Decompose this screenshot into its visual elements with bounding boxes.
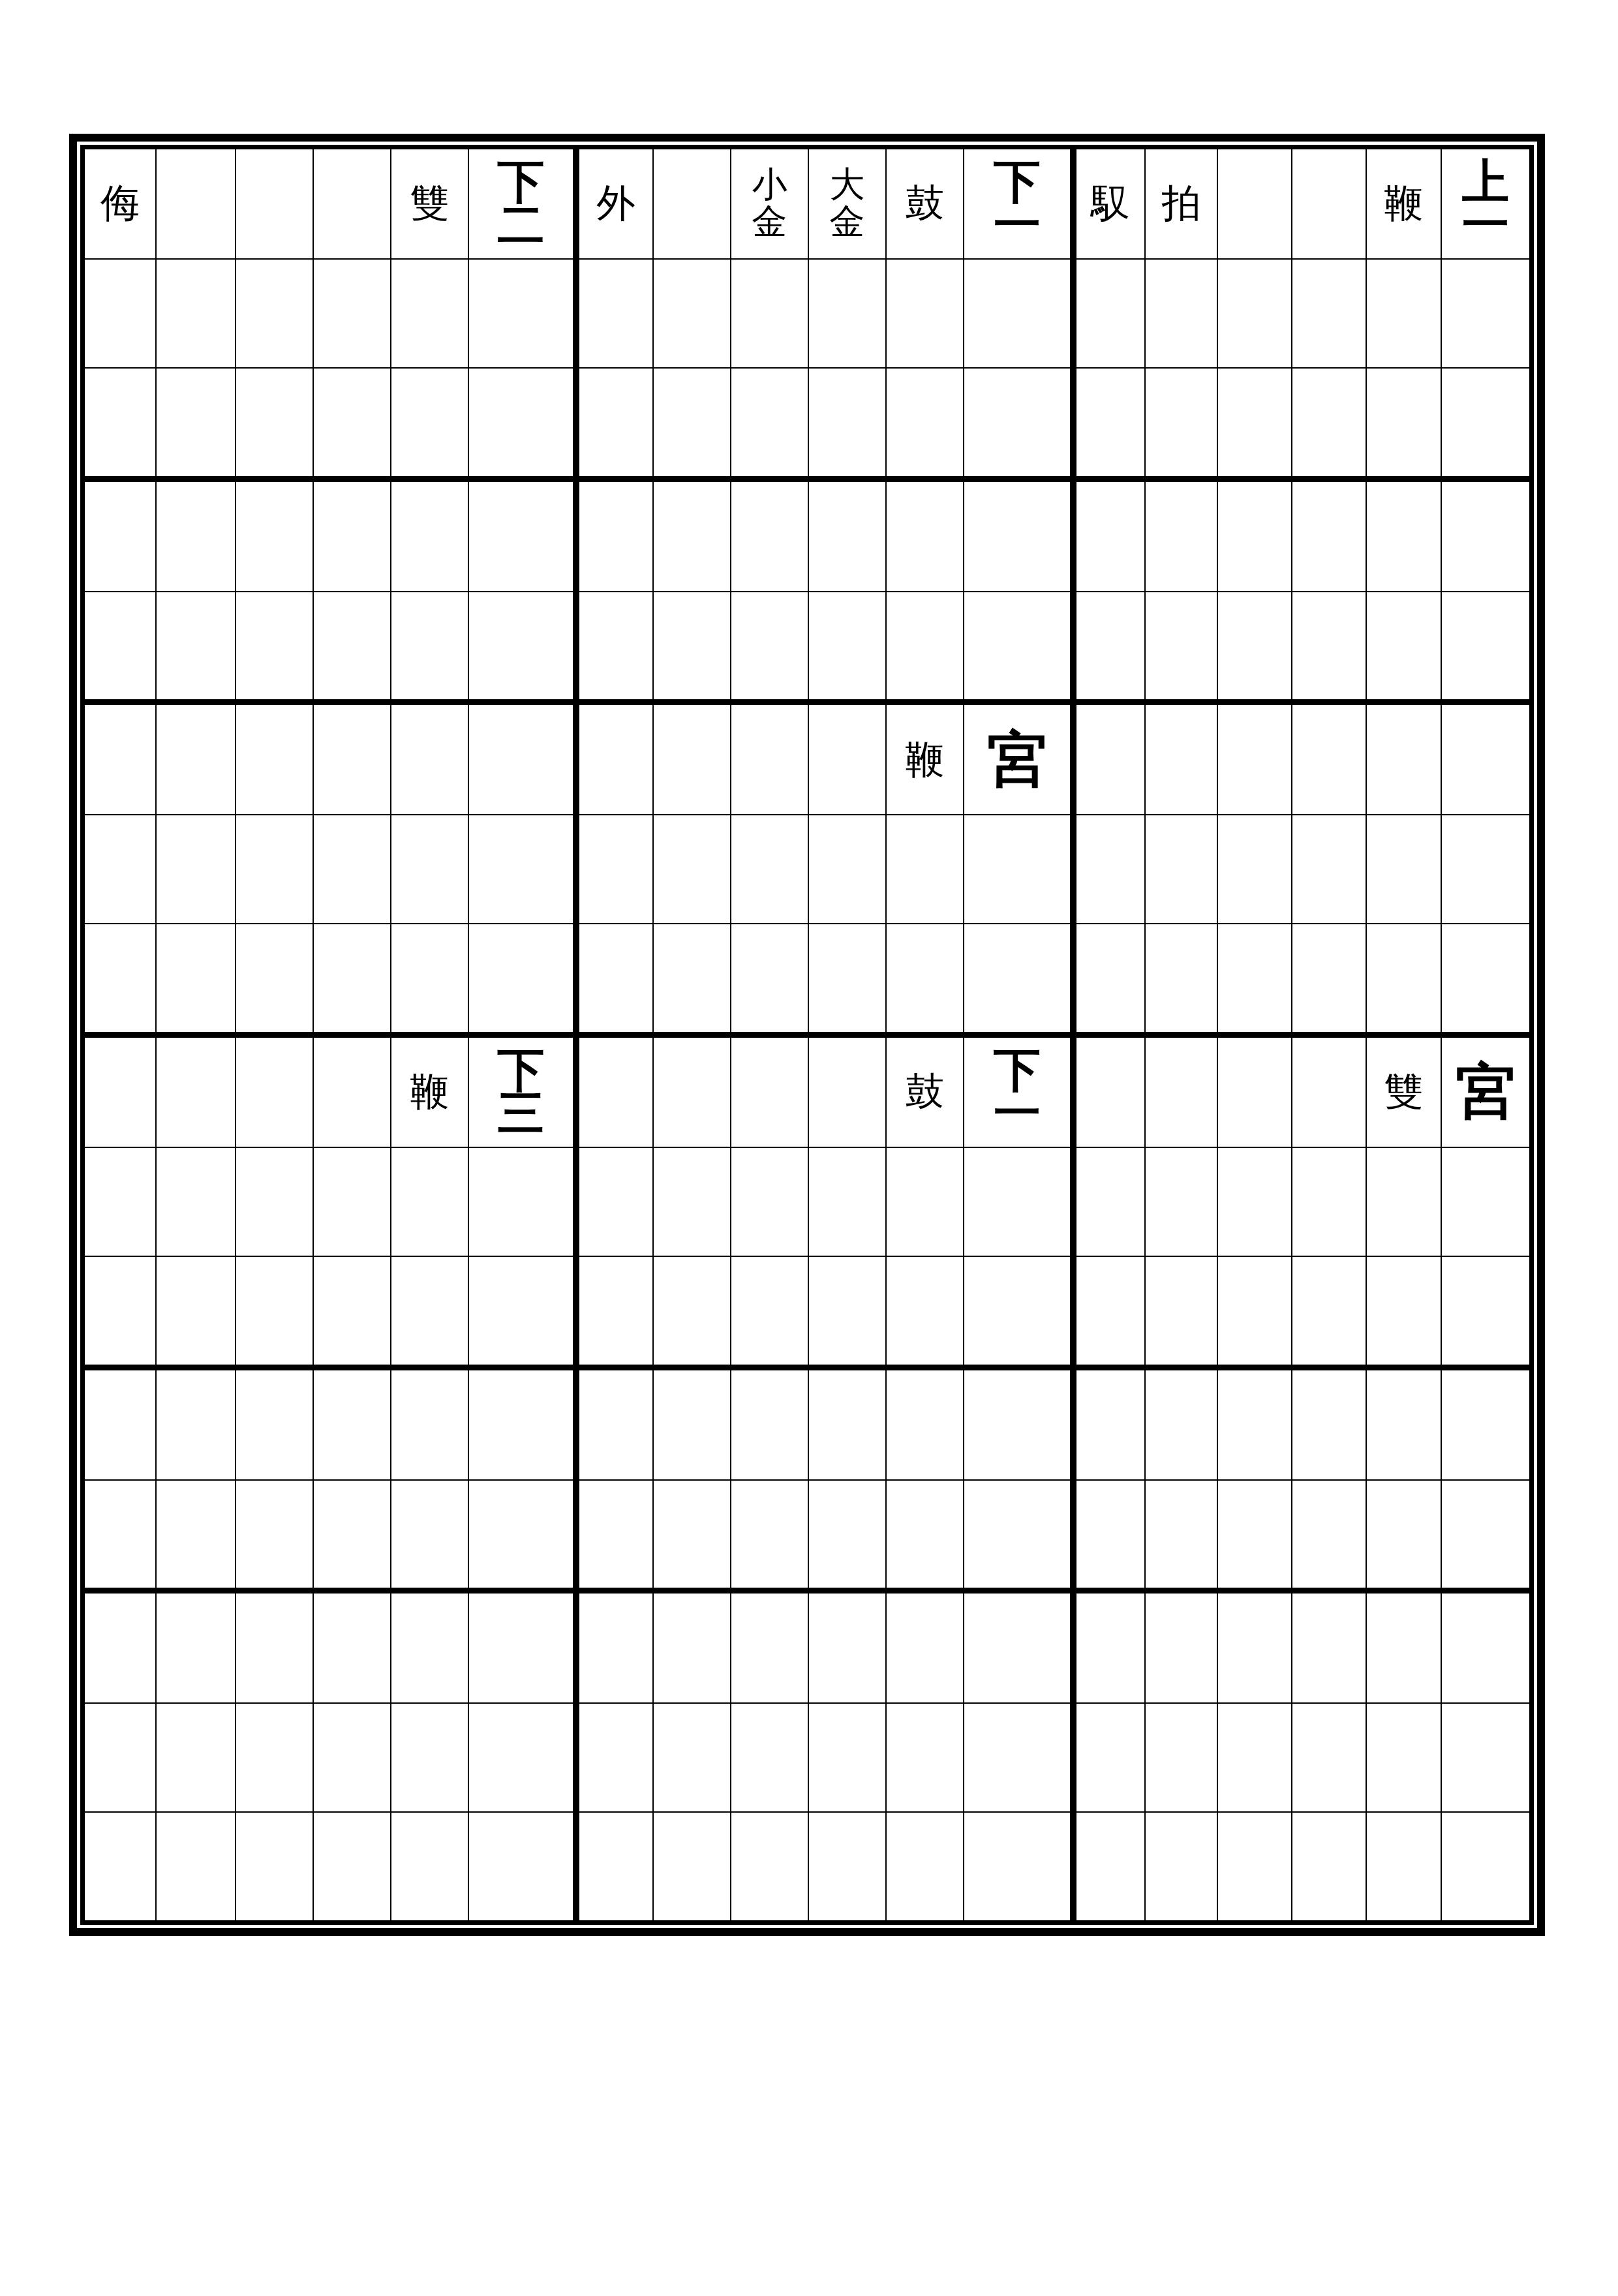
jeonggan-r9-c1 (85, 1038, 155, 1147)
jeonggan-r2-c18 (1441, 258, 1529, 367)
jeonggan-r7-c16 (1291, 814, 1366, 923)
glyph-pitch-下: 下 (994, 1049, 1041, 1092)
jeonggan-r2-c15 (1217, 258, 1291, 367)
jeonggan-r16-c9 (730, 1811, 808, 1920)
jeonggan-r10-c8 (652, 1147, 730, 1256)
jeonggan-r8-c8 (652, 923, 730, 1032)
jeonggan-r5-c6 (468, 591, 573, 700)
jeonggan-r8-c2 (155, 923, 235, 1032)
jeonggan-r14-c13 (1076, 1594, 1144, 1702)
jeonggan-r5-c7 (579, 591, 652, 700)
jeonggan-r11-c16 (1291, 1256, 1366, 1365)
glyph-gong-金: 金 (752, 204, 787, 241)
jeonggan-r12-c16 (1291, 1370, 1366, 1479)
jeonggan-r11-c18 (1441, 1256, 1529, 1365)
jeonggan-r10-c17 (1366, 1147, 1441, 1256)
jeonggan-r2-c1 (85, 258, 155, 367)
jeonggan-r2-c4 (313, 258, 390, 367)
jeonggan-r15-c6 (468, 1702, 573, 1811)
jeonggan-r13-c12 (963, 1479, 1070, 1588)
jeonggan-r2-c16 (1291, 258, 1366, 367)
jeonggan-r7-c6 (468, 814, 573, 923)
gang-block-bigcol3-group2 (1076, 482, 1529, 700)
jeonggan-r9-c6: 下三 (468, 1038, 573, 1147)
jeonggan-r2-c3 (235, 258, 313, 367)
jeonggan-r9-c7 (579, 1038, 652, 1147)
jeonggan-r5-c3 (235, 591, 313, 700)
jeonggan-r11-c8 (652, 1256, 730, 1365)
jeonggan-r12-c3 (235, 1370, 313, 1479)
jeonggan-r5-c13 (1076, 591, 1144, 700)
jeonggan-r13-c18 (1441, 1479, 1529, 1588)
jeonggan-r13-c11 (885, 1479, 963, 1588)
gang-block-bigcol3-group5 (1076, 1370, 1529, 1588)
glyph-pitch-宮: 宮 (987, 730, 1047, 790)
jeonggan-r9-c12: 下一 (963, 1038, 1070, 1147)
jeonggan-r7-c8 (652, 814, 730, 923)
jeonggan-r1-c14: 拍 (1144, 149, 1217, 258)
jeonggan-r8-c18 (1441, 923, 1529, 1032)
jeonggan-r12-c8 (652, 1370, 730, 1479)
glyph-janggu-雙: 雙 (1384, 1072, 1424, 1111)
jeonggan-r8-c10 (808, 923, 885, 1032)
jeonggan-r16-c12 (963, 1811, 1070, 1920)
jeonggan-r16-c11 (885, 1811, 963, 1920)
jeonggan-r13-c17 (1366, 1479, 1441, 1588)
jeonggan-r9-c13 (1076, 1038, 1144, 1147)
jeonggan-r16-c17 (1366, 1811, 1441, 1920)
glyph-janggu-鼓: 鼓 (906, 1072, 945, 1111)
jeonggan-r4-c18 (1441, 482, 1529, 591)
jeonggan-r6-c9 (730, 705, 808, 814)
jeonggan-r3-c15 (1217, 367, 1291, 476)
jeonggan-r10-c4 (313, 1147, 390, 1256)
jeonggan-r6-c18 (1441, 705, 1529, 814)
jeonggan-r7-c1 (85, 814, 155, 923)
jeonggan-r1-c8 (652, 149, 730, 258)
jeonggan-r9-c17: 雙 (1366, 1038, 1441, 1147)
jeonggan-r4-c5 (390, 482, 468, 591)
jeonggan-r14-c6 (468, 1594, 573, 1702)
glyph-pitch-宮: 宮 (1456, 1062, 1516, 1122)
jeonggan-r2-c14 (1144, 258, 1217, 367)
jeonggan-r11-c5 (390, 1256, 468, 1365)
glyph-pitch-二: 二 (498, 204, 545, 247)
score-page: 侮雙下二外小金大金鼓下一馭拍鞭上一鞭宮鞭下三鼓下一雙宮 (0, 0, 1618, 2296)
jeonggan-r15-c10 (808, 1702, 885, 1811)
gang-block-bigcol1-group5 (85, 1370, 573, 1588)
gang-block-bigcol1-group1: 侮雙下二 (85, 149, 573, 476)
jeonggan-r16-c6 (468, 1811, 573, 1920)
jeonggan-r13-c3 (235, 1479, 313, 1588)
gang-block-bigcol1-group3 (85, 705, 573, 1032)
jeonggan-r5-c18 (1441, 591, 1529, 700)
jeonggan-r16-c14 (1144, 1811, 1217, 1920)
jeonggan-r9-c18: 宮 (1441, 1038, 1529, 1147)
jeonggan-r14-c15 (1217, 1594, 1291, 1702)
jeonggan-r5-c12 (963, 591, 1070, 700)
gang-block-bigcol3-group3 (1076, 705, 1529, 1032)
glyph-pitch-三: 三 (498, 1092, 545, 1135)
inner-frame: 侮雙下二外小金大金鼓下一馭拍鞭上一鞭宮鞭下三鼓下一雙宮 (80, 145, 1534, 1925)
jeonggan-r13-c6 (468, 1479, 573, 1588)
jeonggan-r16-c1 (85, 1811, 155, 1920)
jeonggan-r8-c5 (390, 923, 468, 1032)
glyph-pitch-一: 一 (994, 1092, 1041, 1135)
jeonggan-r12-c6 (468, 1370, 573, 1479)
jeonggan-r5-c5 (390, 591, 468, 700)
jeonggan-r6-c2 (155, 705, 235, 814)
gang-block-bigcol1-group4: 鞭下三 (85, 1038, 573, 1365)
jeonggan-r13-c9 (730, 1479, 808, 1588)
jeonggan-r3-c1 (85, 367, 155, 476)
jeonggan-r11-c12 (963, 1256, 1070, 1365)
jeonggan-r7-c14 (1144, 814, 1217, 923)
jeonggan-r2-c12 (963, 258, 1070, 367)
jeonggan-r4-c17 (1366, 482, 1441, 591)
jeonggan-r9-c8 (652, 1038, 730, 1147)
jeonggan-r15-c14 (1144, 1702, 1217, 1811)
jeonggan-r15-c8 (652, 1702, 730, 1811)
jeonggan-r3-c16 (1291, 367, 1366, 476)
jeonggan-r11-c14 (1144, 1256, 1217, 1365)
jeonggan-r5-c2 (155, 591, 235, 700)
jeonggan-r2-c10 (808, 258, 885, 367)
jeonggan-r6-c8 (652, 705, 730, 814)
jeonggan-r13-c15 (1217, 1479, 1291, 1588)
jeonggan-r3-c12 (963, 367, 1070, 476)
jeonggan-r4-c9 (730, 482, 808, 591)
jeonggan-r10-c3 (235, 1147, 313, 1256)
jeonggan-r8-c6 (468, 923, 573, 1032)
jeonggan-r8-c3 (235, 923, 313, 1032)
glyph-pitch-下: 下 (498, 160, 545, 204)
jeonggan-r14-c18 (1441, 1594, 1529, 1702)
jeonggan-r13-c13 (1076, 1479, 1144, 1588)
jeonggan-r7-c7 (579, 814, 652, 923)
gang-block-bigcol2-group2 (579, 482, 1070, 700)
jeonggan-r1-c13: 馭 (1076, 149, 1144, 258)
jeonggan-r7-c13 (1076, 814, 1144, 923)
jeonggan-r1-c1: 侮 (85, 149, 155, 258)
jeonggan-r10-c12 (963, 1147, 1070, 1256)
jeonggan-r8-c15 (1217, 923, 1291, 1032)
jeonggan-r16-c15 (1217, 1811, 1291, 1920)
glyph-lyric-馭: 馭 (1091, 184, 1130, 223)
jeonggan-r2-c7 (579, 258, 652, 367)
jeonggan-r12-c17 (1366, 1370, 1441, 1479)
jeonggan-r11-c11 (885, 1256, 963, 1365)
gang-block-bigcol1-group6 (85, 1594, 573, 1920)
jeonggan-r4-c16 (1291, 482, 1366, 591)
jeonggan-r14-c5 (390, 1594, 468, 1702)
jeonggan-r16-c2 (155, 1811, 235, 1920)
jeonggan-r7-c12 (963, 814, 1070, 923)
jeonggan-r6-c17 (1366, 705, 1441, 814)
jeonggan-r16-c4 (313, 1811, 390, 1920)
jeonggan-r1-c12: 下一 (963, 149, 1070, 258)
jeonggan-r1-c16 (1291, 149, 1366, 258)
glyph-bak-拍: 拍 (1162, 184, 1201, 223)
jeonggan-r14-c17 (1366, 1594, 1441, 1702)
jeonggan-r13-c4 (313, 1479, 390, 1588)
jeonggan-r11-c13 (1076, 1256, 1144, 1365)
jeonggan-r15-c13 (1076, 1702, 1144, 1811)
jeonggan-r15-c7 (579, 1702, 652, 1811)
jeonggan-r1-c11: 鼓 (885, 149, 963, 258)
jeonggan-r15-c17 (1366, 1702, 1441, 1811)
jeonggan-r6-c11: 鞭 (885, 705, 963, 814)
jeonggan-r12-c7 (579, 1370, 652, 1479)
jeonggan-r4-c14 (1144, 482, 1217, 591)
jeonggan-r11-c4 (313, 1256, 390, 1365)
jeonggan-r10-c1 (85, 1147, 155, 1256)
jeonggan-r14-c2 (155, 1594, 235, 1702)
jeonggan-r14-c4 (313, 1594, 390, 1702)
jeonggan-r3-c10 (808, 367, 885, 476)
jeonggan-r7-c5 (390, 814, 468, 923)
outer-frame: 侮雙下二外小金大金鼓下一馭拍鞭上一鞭宮鞭下三鼓下一雙宮 (69, 134, 1545, 1936)
jeonggan-r12-c11 (885, 1370, 963, 1479)
jeonggan-r6-c7 (579, 705, 652, 814)
jeonggan-r5-c14 (1144, 591, 1217, 700)
jeonggan-r4-c4 (313, 482, 390, 591)
jeonggan-r1-c17: 鞭 (1366, 149, 1441, 258)
jeonggan-r16-c5 (390, 1811, 468, 1920)
gang-block-bigcol2-group6 (579, 1594, 1070, 1920)
jeonggan-r7-c18 (1441, 814, 1529, 923)
jeonggan-r10-c16 (1291, 1147, 1366, 1256)
jeonggan-r3-c2 (155, 367, 235, 476)
jeonggan-r8-c9 (730, 923, 808, 1032)
gang-block-bigcol1-group2 (85, 482, 573, 700)
gang-block-bigcol2-group4: 鼓下一 (579, 1038, 1070, 1365)
jeonggan-r4-c10 (808, 482, 885, 591)
jeonggan-r2-c5 (390, 258, 468, 367)
jeonggan-r6-c1 (85, 705, 155, 814)
jeonggan-r10-c2 (155, 1147, 235, 1256)
jeonggan-r4-c15 (1217, 482, 1291, 591)
glyph-gong-大: 大 (830, 166, 865, 204)
jeonggan-r9-c16 (1291, 1038, 1366, 1147)
jeonggan-r6-c15 (1217, 705, 1291, 814)
jeonggan-r1-c5: 雙 (390, 149, 468, 258)
jeonggan-r9-c9 (730, 1038, 808, 1147)
jeonggan-r10-c13 (1076, 1147, 1144, 1256)
jeonggan-r3-c5 (390, 367, 468, 476)
jeonggan-r15-c16 (1291, 1702, 1366, 1811)
jeonggan-r6-c16 (1291, 705, 1366, 814)
jeonggan-r5-c17 (1366, 591, 1441, 700)
jeonggan-r4-c7 (579, 482, 652, 591)
jeonggan-r11-c17 (1366, 1256, 1441, 1365)
jeonggan-r9-c10 (808, 1038, 885, 1147)
jeonggan-r3-c14 (1144, 367, 1217, 476)
jeonggan-r6-c6 (468, 705, 573, 814)
jeonggan-r4-c2 (155, 482, 235, 591)
glyph-janggu-雙: 雙 (410, 184, 450, 223)
jeonggan-r15-c15 (1217, 1702, 1291, 1811)
jeonggan-r8-c11 (885, 923, 963, 1032)
jeonggan-r11-c10 (808, 1256, 885, 1365)
jeonggan-r7-c17 (1366, 814, 1441, 923)
jeonggan-r9-c4 (313, 1038, 390, 1147)
jeonggan-r8-c17 (1366, 923, 1441, 1032)
jeongganbo-grid: 侮雙下二外小金大金鼓下一馭拍鞭上一鞭宮鞭下三鼓下一雙宮 (85, 149, 1529, 1920)
jeonggan-r2-c17 (1366, 258, 1441, 367)
glyph-pitch-一: 一 (1462, 204, 1509, 247)
jeonggan-r6-c3 (235, 705, 313, 814)
jeonggan-r2-c8 (652, 258, 730, 367)
jeonggan-r12-c13 (1076, 1370, 1144, 1479)
jeonggan-r16-c16 (1291, 1811, 1366, 1920)
jeonggan-r15-c5 (390, 1702, 468, 1811)
jeonggan-r10-c11 (885, 1147, 963, 1256)
jeonggan-r16-c7 (579, 1811, 652, 1920)
jeonggan-r12-c4 (313, 1370, 390, 1479)
jeonggan-r12-c9 (730, 1370, 808, 1479)
jeonggan-r8-c14 (1144, 923, 1217, 1032)
glyph-pitch-下: 下 (498, 1049, 545, 1092)
jeonggan-r10-c10 (808, 1147, 885, 1256)
jeonggan-r1-c15 (1217, 149, 1291, 258)
jeonggan-r14-c8 (652, 1594, 730, 1702)
gang-block-bigcol3-group6 (1076, 1594, 1529, 1920)
jeonggan-r7-c11 (885, 814, 963, 923)
jeonggan-r11-c3 (235, 1256, 313, 1365)
jeonggan-r16-c8 (652, 1811, 730, 1920)
jeonggan-r8-c4 (313, 923, 390, 1032)
jeonggan-r12-c12 (963, 1370, 1070, 1479)
jeonggan-r9-c2 (155, 1038, 235, 1147)
jeonggan-r3-c8 (652, 367, 730, 476)
glyph-pitch-下: 下 (994, 160, 1041, 204)
jeonggan-r11-c9 (730, 1256, 808, 1365)
glyph-janggu-鞭: 鞭 (906, 740, 945, 779)
jeonggan-r12-c18 (1441, 1370, 1529, 1479)
jeonggan-r1-c7: 外 (579, 149, 652, 258)
glyph-janggu-鞭: 鞭 (410, 1072, 450, 1111)
jeonggan-r12-c5 (390, 1370, 468, 1479)
jeonggan-r14-c9 (730, 1594, 808, 1702)
jeonggan-r15-c11 (885, 1702, 963, 1811)
jeonggan-r1-c10: 大金 (808, 149, 885, 258)
jeonggan-r9-c11: 鼓 (885, 1038, 963, 1147)
jeonggan-r14-c10 (808, 1594, 885, 1702)
jeonggan-r16-c13 (1076, 1811, 1144, 1920)
jeonggan-r4-c6 (468, 482, 573, 591)
jeonggan-r7-c10 (808, 814, 885, 923)
jeonggan-r10-c6 (468, 1147, 573, 1256)
jeonggan-r7-c2 (155, 814, 235, 923)
jeonggan-r14-c14 (1144, 1594, 1217, 1702)
jeonggan-r16-c10 (808, 1811, 885, 1920)
jeonggan-r15-c18 (1441, 1702, 1529, 1811)
jeonggan-r3-c7 (579, 367, 652, 476)
gang-block-bigcol2-group1: 外小金大金鼓下一 (579, 149, 1070, 476)
jeonggan-r13-c7 (579, 1479, 652, 1588)
jeonggan-r15-c9 (730, 1702, 808, 1811)
jeonggan-r10-c5 (390, 1147, 468, 1256)
jeonggan-r1-c2 (155, 149, 235, 258)
jeonggan-r6-c10 (808, 705, 885, 814)
jeonggan-r14-c12 (963, 1594, 1070, 1702)
jeonggan-r11-c15 (1217, 1256, 1291, 1365)
jeonggan-r5-c11 (885, 591, 963, 700)
jeonggan-r15-c2 (155, 1702, 235, 1811)
jeonggan-r13-c1 (85, 1479, 155, 1588)
jeonggan-r2-c6 (468, 258, 573, 367)
jeonggan-r4-c11 (885, 482, 963, 591)
jeonggan-r16-c3 (235, 1811, 313, 1920)
glyph-gong-小: 小 (752, 166, 787, 204)
jeonggan-r1-c9: 小金 (730, 149, 808, 258)
jeonggan-r6-c5 (390, 705, 468, 814)
jeonggan-r1-c18: 上一 (1441, 149, 1529, 258)
jeonggan-r11-c1 (85, 1256, 155, 1365)
glyph-janggu-鞭: 鞭 (1384, 184, 1424, 223)
jeonggan-r4-c1 (85, 482, 155, 591)
jeonggan-r9-c5: 鞭 (390, 1038, 468, 1147)
jeonggan-r2-c11 (885, 258, 963, 367)
jeonggan-r8-c16 (1291, 923, 1366, 1032)
jeonggan-r4-c12 (963, 482, 1070, 591)
jeonggan-r9-c14 (1144, 1038, 1217, 1147)
jeonggan-r5-c10 (808, 591, 885, 700)
jeonggan-r12-c15 (1217, 1370, 1291, 1479)
jeonggan-r6-c4 (313, 705, 390, 814)
jeonggan-r7-c3 (235, 814, 313, 923)
jeonggan-r5-c16 (1291, 591, 1366, 700)
jeonggan-r13-c8 (652, 1479, 730, 1588)
jeonggan-r11-c7 (579, 1256, 652, 1365)
jeonggan-r8-c1 (85, 923, 155, 1032)
gang-block-bigcol2-group3: 鞭宮 (579, 705, 1070, 1032)
jeonggan-r12-c1 (85, 1370, 155, 1479)
jeonggan-r7-c9 (730, 814, 808, 923)
glyph-gong-金: 金 (830, 204, 865, 241)
jeonggan-r15-c1 (85, 1702, 155, 1811)
jeonggan-r10-c15 (1217, 1147, 1291, 1256)
jeonggan-r15-c3 (235, 1702, 313, 1811)
jeonggan-r8-c12 (963, 923, 1070, 1032)
jeonggan-r1-c4 (313, 149, 390, 258)
jeonggan-r3-c13 (1076, 367, 1144, 476)
jeonggan-r4-c8 (652, 482, 730, 591)
glyph-pitch-上: 上 (1462, 160, 1509, 204)
jeonggan-r10-c7 (579, 1147, 652, 1256)
jeonggan-r3-c18 (1441, 367, 1529, 476)
jeonggan-r14-c1 (85, 1594, 155, 1702)
jeonggan-r6-c13 (1076, 705, 1144, 814)
jeonggan-r14-c11 (885, 1594, 963, 1702)
glyph-janggu-鼓: 鼓 (906, 184, 945, 223)
jeonggan-r3-c17 (1366, 367, 1441, 476)
jeonggan-r15-c12 (963, 1702, 1070, 1811)
gang-block-bigcol2-group5 (579, 1370, 1070, 1588)
jeonggan-r3-c3 (235, 367, 313, 476)
jeonggan-r3-c4 (313, 367, 390, 476)
gang-block-bigcol3-group4: 雙宮 (1076, 1038, 1529, 1365)
jeonggan-r5-c9 (730, 591, 808, 700)
jeonggan-r1-c6: 下二 (468, 149, 573, 258)
gang-block-bigcol3-group1: 馭拍鞭上一 (1076, 149, 1529, 476)
jeonggan-r6-c14 (1144, 705, 1217, 814)
jeonggan-r4-c3 (235, 482, 313, 591)
jeonggan-r11-c6 (468, 1256, 573, 1365)
jeonggan-r10-c9 (730, 1147, 808, 1256)
jeonggan-r3-c6 (468, 367, 573, 476)
